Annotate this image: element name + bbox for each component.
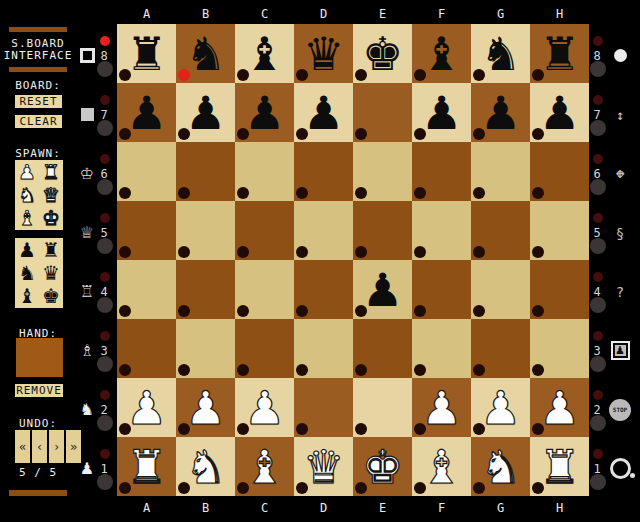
question-mark-icon[interactable]: ? bbox=[607, 281, 633, 303]
spawn-white-pawn[interactable]: ♟ bbox=[15, 160, 39, 183]
black-pawn-g7[interactable]: ♟ bbox=[471, 83, 530, 142]
black-knight-b8[interactable]: ♞ bbox=[176, 24, 235, 83]
square-g5[interactable] bbox=[471, 201, 530, 260]
square-g4[interactable] bbox=[471, 260, 530, 319]
white-pawn-icon-glyph: ♟ bbox=[80, 461, 94, 477]
clear-button[interactable]: CLEAR bbox=[15, 115, 62, 128]
square-b3[interactable] bbox=[176, 319, 235, 378]
square-dot-g3 bbox=[473, 364, 485, 376]
square-e2[interactable] bbox=[353, 378, 412, 437]
sandbox-chess-app: S.BOARD INTERFACE BOARD: RESET CLEAR SPA… bbox=[0, 0, 640, 522]
black-pawn-c7[interactable]: ♟ bbox=[235, 83, 294, 142]
white-rook-icon[interactable]: ♖ bbox=[74, 281, 100, 303]
right-rank-circle-7[interactable] bbox=[590, 120, 606, 136]
spawn-black-rook[interactable]: ♜ bbox=[39, 238, 63, 261]
right-rank-circle-8[interactable] bbox=[590, 61, 606, 77]
spawn-white-knight[interactable]: ♞ bbox=[15, 183, 39, 206]
file-label-bottom-g: G bbox=[471, 500, 530, 516]
black-bishop-c8[interactable]: ♝ bbox=[235, 24, 294, 83]
white-bishop-icon-glyph: ♗ bbox=[80, 343, 94, 359]
vertical-arrows-icon[interactable]: ↕ bbox=[607, 104, 633, 126]
black-pawn-a7[interactable]: ♟ bbox=[117, 83, 176, 142]
square-g6[interactable] bbox=[471, 142, 530, 201]
left-rank-dot-8 bbox=[100, 36, 110, 46]
square-d6[interactable] bbox=[294, 142, 353, 201]
white-knight-icon[interactable]: ♞ bbox=[74, 399, 100, 421]
square-dot-h6 bbox=[532, 187, 544, 199]
white-pawn-g2[interactable]: ♟ bbox=[471, 378, 530, 437]
square-dot-b4 bbox=[178, 305, 190, 317]
spawn-black-knight[interactable]: ♞ bbox=[15, 261, 39, 284]
black-pawn-b7[interactable]: ♟ bbox=[176, 83, 235, 142]
right-rank-circle-6[interactable] bbox=[590, 179, 606, 195]
file-label-bottom-d: D bbox=[294, 500, 353, 516]
right-rank-circle-4[interactable] bbox=[590, 297, 606, 313]
spawn-white-rook[interactable]: ♜ bbox=[39, 160, 63, 183]
undo-forward-button[interactable]: › bbox=[49, 430, 64, 463]
square-dot-b5 bbox=[178, 246, 190, 258]
square-e4[interactable]: ♟ bbox=[353, 260, 412, 319]
right-rank-dot-2 bbox=[593, 390, 603, 400]
square-dot-f4 bbox=[414, 305, 426, 317]
right-rank-dot-6 bbox=[593, 154, 603, 164]
left-rank-dot-6 bbox=[100, 154, 110, 164]
white-rook-a1[interactable]: ♜ bbox=[117, 437, 176, 496]
file-labels-top: ABCDEFGH bbox=[117, 6, 589, 22]
section-sign-icon[interactable]: § bbox=[607, 222, 633, 244]
square-dot-c6 bbox=[237, 187, 249, 199]
square-b2[interactable]: ♟ bbox=[176, 378, 235, 437]
undo-controls: «‹›» bbox=[15, 430, 81, 463]
white-knight-icon-glyph: ♞ bbox=[80, 402, 94, 418]
right-rank-circle-3[interactable] bbox=[590, 356, 606, 372]
square-d8[interactable]: ♛ bbox=[294, 24, 353, 83]
square-c4[interactable] bbox=[235, 260, 294, 319]
file-label-top-h: H bbox=[530, 6, 589, 22]
spawn-black-queen[interactable]: ♛ bbox=[39, 261, 63, 284]
black-rook-a8[interactable]: ♜ bbox=[117, 24, 176, 83]
right-rank-dot-5 bbox=[593, 213, 603, 223]
square-dot-e7 bbox=[355, 128, 367, 140]
square-dot-f3 bbox=[414, 364, 426, 376]
square-f5[interactable] bbox=[412, 201, 471, 260]
square-e6[interactable] bbox=[353, 142, 412, 201]
white-pawn-f2[interactable]: ♟ bbox=[412, 378, 471, 437]
square-g7[interactable]: ♟ bbox=[471, 83, 530, 142]
right-rank-dot-1 bbox=[593, 449, 603, 459]
left-rank-dot-5 bbox=[100, 213, 110, 223]
undo-fast-back-button[interactable]: « bbox=[15, 430, 30, 463]
section-sign-icon-glyph: § bbox=[616, 226, 624, 240]
four-way-arrows-glyph: ↔↕ bbox=[611, 165, 629, 183]
square-outline-icon[interactable] bbox=[74, 45, 100, 67]
white-circle-icon[interactable] bbox=[607, 45, 633, 67]
square-b1[interactable]: ♞ bbox=[176, 437, 235, 496]
square-f7[interactable]: ♟ bbox=[412, 83, 471, 142]
board-section-label: BOARD: bbox=[2, 79, 74, 92]
right-rank-circle-2[interactable] bbox=[590, 415, 606, 431]
spawn-black-bishop[interactable]: ♝ bbox=[15, 285, 39, 308]
spawn-white-king[interactable]: ♚ bbox=[39, 207, 63, 230]
square-dot-h3 bbox=[532, 364, 544, 376]
square-dot-b6 bbox=[178, 187, 190, 199]
sidebar-bottom-bar bbox=[9, 490, 67, 496]
right-rank-dot-7 bbox=[593, 95, 603, 105]
square-dot-b3 bbox=[178, 364, 190, 376]
file-label-top-f: F bbox=[412, 6, 471, 22]
square-dot-d4 bbox=[296, 305, 308, 317]
white-knight-g1[interactable]: ♞ bbox=[471, 437, 530, 496]
square-filled-glyph bbox=[81, 108, 94, 121]
file-label-bottom-f: F bbox=[412, 500, 471, 516]
square-a5[interactable] bbox=[117, 201, 176, 260]
pawn-square-glyph: ♟ bbox=[611, 341, 630, 360]
square-dot-c3 bbox=[237, 364, 249, 376]
square-a2[interactable]: ♟ bbox=[117, 378, 176, 437]
reset-button[interactable]: RESET bbox=[15, 95, 62, 108]
square-b6[interactable] bbox=[176, 142, 235, 201]
circle-dot-icon[interactable] bbox=[607, 458, 633, 480]
white-king-icon[interactable]: ♔ bbox=[74, 163, 100, 185]
file-label-top-d: D bbox=[294, 6, 353, 22]
black-pawn-h7[interactable]: ♟ bbox=[530, 83, 589, 142]
sidebar-mid-bar bbox=[9, 67, 67, 72]
right-rank-dot-3 bbox=[593, 331, 603, 341]
left-rank-dot-1 bbox=[100, 449, 110, 459]
file-label-bottom-b: B bbox=[176, 500, 235, 516]
left-rank-dot-2 bbox=[100, 390, 110, 400]
square-d2[interactable] bbox=[294, 378, 353, 437]
spawn-white-panel: ♟♜♞♛♝♚ bbox=[15, 160, 63, 230]
file-label-top-b: B bbox=[176, 6, 235, 22]
white-queen-icon-glyph: ♕ bbox=[80, 225, 94, 241]
square-e8[interactable]: ♚ bbox=[353, 24, 412, 83]
square-b7[interactable]: ♟ bbox=[176, 83, 235, 142]
black-king-e8[interactable]: ♚ bbox=[353, 24, 412, 83]
square-c2[interactable]: ♟ bbox=[235, 378, 294, 437]
square-f6[interactable] bbox=[412, 142, 471, 201]
file-labels-bottom: ABCDEFGH bbox=[117, 500, 589, 516]
white-rook-h1[interactable]: ♜ bbox=[530, 437, 589, 496]
square-dot-d6 bbox=[296, 187, 308, 199]
square-dot-e2 bbox=[355, 423, 367, 435]
square-e7[interactable] bbox=[353, 83, 412, 142]
square-h7[interactable]: ♟ bbox=[530, 83, 589, 142]
white-pawn-icon[interactable]: ♟ bbox=[74, 458, 100, 480]
square-d7[interactable]: ♟ bbox=[294, 83, 353, 142]
square-h3[interactable] bbox=[530, 319, 589, 378]
square-e5[interactable] bbox=[353, 201, 412, 260]
stop-button-glyph: STOP bbox=[609, 399, 631, 421]
square-c3[interactable] bbox=[235, 319, 294, 378]
square-a6[interactable] bbox=[117, 142, 176, 201]
spawn-black-panel: ♟♜♞♛♝♚ bbox=[15, 238, 63, 308]
square-c6[interactable] bbox=[235, 142, 294, 201]
undo-section-label: UNDO: bbox=[2, 417, 74, 430]
square-c5[interactable] bbox=[235, 201, 294, 260]
black-rook-h8[interactable]: ♜ bbox=[530, 24, 589, 83]
square-f4[interactable] bbox=[412, 260, 471, 319]
circle-dot-glyph bbox=[610, 458, 631, 479]
black-pawn-f7[interactable]: ♟ bbox=[412, 83, 471, 142]
square-dot-a4 bbox=[119, 305, 131, 317]
square-d5[interactable] bbox=[294, 201, 353, 260]
pawn-square-icon[interactable]: ♟ bbox=[607, 340, 633, 362]
square-c1[interactable]: ♝ bbox=[235, 437, 294, 496]
square-g8[interactable]: ♞ bbox=[471, 24, 530, 83]
white-bishop-f1[interactable]: ♝ bbox=[412, 437, 471, 496]
square-dot-g6 bbox=[473, 187, 485, 199]
square-dot-e3 bbox=[355, 364, 367, 376]
file-label-top-c: C bbox=[235, 6, 294, 22]
spawn-black-pawn[interactable]: ♟ bbox=[15, 238, 39, 261]
spawn-white-queen[interactable]: ♛ bbox=[39, 183, 63, 206]
square-b5[interactable] bbox=[176, 201, 235, 260]
stop-button-icon[interactable]: STOP bbox=[607, 399, 633, 421]
right-rank-circle-5[interactable] bbox=[590, 238, 606, 254]
app-title-line2: INTERFACE bbox=[2, 49, 74, 62]
left-rank-dot-7 bbox=[100, 95, 110, 105]
square-h8[interactable]: ♜ bbox=[530, 24, 589, 83]
square-dot-d3 bbox=[296, 364, 308, 376]
file-label-top-g: G bbox=[471, 6, 530, 22]
square-g2[interactable]: ♟ bbox=[471, 378, 530, 437]
file-label-top-a: A bbox=[117, 6, 176, 22]
square-dot-a6 bbox=[119, 187, 131, 199]
square-d3[interactable] bbox=[294, 319, 353, 378]
square-dot-c4 bbox=[237, 305, 249, 317]
left-rank-dot-4 bbox=[100, 272, 110, 282]
vertical-arrows-icon-glyph: ↕ bbox=[616, 108, 624, 122]
square-dot-a3 bbox=[119, 364, 131, 376]
square-a3[interactable] bbox=[117, 319, 176, 378]
square-a8[interactable]: ♜ bbox=[117, 24, 176, 83]
square-f8[interactable]: ♝ bbox=[412, 24, 471, 83]
undo-back-button[interactable]: ‹ bbox=[32, 430, 47, 463]
remove-button[interactable]: REMOVE bbox=[15, 384, 63, 397]
square-h1[interactable]: ♜ bbox=[530, 437, 589, 496]
square-d4[interactable] bbox=[294, 260, 353, 319]
square-d1[interactable]: ♛ bbox=[294, 437, 353, 496]
square-dot-h5 bbox=[532, 246, 544, 258]
square-a7[interactable]: ♟ bbox=[117, 83, 176, 142]
square-dot-e6 bbox=[355, 187, 367, 199]
white-circle-glyph bbox=[614, 49, 627, 62]
black-knight-g8[interactable]: ♞ bbox=[471, 24, 530, 83]
square-dot-h4 bbox=[532, 305, 544, 317]
square-b4[interactable] bbox=[176, 260, 235, 319]
spawn-white-bishop[interactable]: ♝ bbox=[15, 207, 39, 230]
vertical-arrows-part: ↕ bbox=[611, 165, 629, 183]
white-rook-icon-glyph: ♖ bbox=[80, 284, 94, 300]
square-dot-c5 bbox=[237, 246, 249, 258]
square-outline-glyph bbox=[80, 48, 95, 63]
square-dot-g5 bbox=[473, 246, 485, 258]
file-label-bottom-a: A bbox=[117, 500, 176, 516]
spawn-section-label: SPAWN: bbox=[2, 147, 74, 160]
square-a1[interactable]: ♜ bbox=[117, 437, 176, 496]
right-rank-dot-8 bbox=[593, 36, 603, 46]
white-king-icon-glyph: ♔ bbox=[80, 166, 94, 182]
file-label-top-e: E bbox=[353, 6, 412, 22]
square-g3[interactable] bbox=[471, 319, 530, 378]
white-pawn-h2[interactable]: ♟ bbox=[530, 378, 589, 437]
black-bishop-f8[interactable]: ♝ bbox=[412, 24, 471, 83]
square-dot-f6 bbox=[414, 187, 426, 199]
square-h2[interactable]: ♟ bbox=[530, 378, 589, 437]
white-pawn-c2[interactable]: ♟ bbox=[235, 378, 294, 437]
square-filled-icon[interactable] bbox=[74, 104, 100, 126]
square-f2[interactable]: ♟ bbox=[412, 378, 471, 437]
square-h5[interactable] bbox=[530, 201, 589, 260]
square-a4[interactable] bbox=[117, 260, 176, 319]
chess-board: ♜♞♝♛♚♝♞♜♟♟♟♟♟♟♟♟♟♟♟♟♟♟♜♞♝♛♚♝♞♜ bbox=[117, 24, 589, 496]
square-f3[interactable] bbox=[412, 319, 471, 378]
square-c7[interactable]: ♟ bbox=[235, 83, 294, 142]
left-rank-dot-3 bbox=[100, 331, 110, 341]
square-e3[interactable] bbox=[353, 319, 412, 378]
white-pawn-b2[interactable]: ♟ bbox=[176, 378, 235, 437]
four-way-arrows-icon[interactable]: ↔↕ bbox=[607, 163, 633, 185]
square-dot-e5 bbox=[355, 246, 367, 258]
square-b8[interactable]: ♞ bbox=[176, 24, 235, 83]
black-pawn-e4[interactable]: ♟ bbox=[353, 260, 412, 319]
square-h4[interactable] bbox=[530, 260, 589, 319]
file-label-bottom-c: C bbox=[235, 500, 294, 516]
white-king-e1[interactable]: ♚ bbox=[353, 437, 412, 496]
white-queen-icon[interactable]: ♕ bbox=[74, 222, 100, 244]
square-h6[interactable] bbox=[530, 142, 589, 201]
white-bishop-icon[interactable]: ♗ bbox=[74, 340, 100, 362]
file-label-bottom-e: E bbox=[353, 500, 412, 516]
square-dot-d2 bbox=[296, 423, 308, 435]
square-dot-f5 bbox=[414, 246, 426, 258]
file-label-bottom-h: H bbox=[530, 500, 589, 516]
right-rank-dot-4 bbox=[593, 272, 603, 282]
square-f1[interactable]: ♝ bbox=[412, 437, 471, 496]
white-queen-d1[interactable]: ♛ bbox=[294, 437, 353, 496]
square-dot-d5 bbox=[296, 246, 308, 258]
square-dot-g4 bbox=[473, 305, 485, 317]
black-queen-d8[interactable]: ♛ bbox=[294, 24, 353, 83]
white-knight-b1[interactable]: ♞ bbox=[176, 437, 235, 496]
square-dot-a5 bbox=[119, 246, 131, 258]
square-e1[interactable]: ♚ bbox=[353, 437, 412, 496]
undo-counter: 5 / 5 bbox=[2, 466, 74, 479]
question-mark-icon-glyph: ? bbox=[616, 285, 624, 299]
white-pawn-a2[interactable]: ♟ bbox=[117, 378, 176, 437]
sidebar-top-bar bbox=[9, 27, 67, 32]
right-rank-circle-1[interactable] bbox=[590, 474, 606, 490]
square-g1[interactable]: ♞ bbox=[471, 437, 530, 496]
square-c8[interactable]: ♝ bbox=[235, 24, 294, 83]
spawn-black-king[interactable]: ♚ bbox=[39, 285, 63, 308]
hand-slot[interactable] bbox=[16, 338, 63, 377]
white-bishop-c1[interactable]: ♝ bbox=[235, 437, 294, 496]
black-pawn-d7[interactable]: ♟ bbox=[294, 83, 353, 142]
